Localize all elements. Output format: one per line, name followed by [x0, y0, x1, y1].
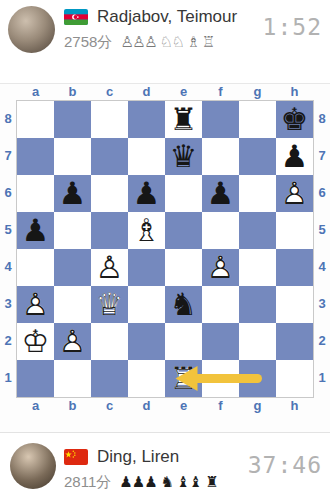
square-c6[interactable] — [91, 175, 128, 212]
board-section: abcdefgh 87654321 ♜♚♛♟♟♟♟♟♙♟♝♗♟♙♟♙♟♙♛♕♞♚… — [0, 84, 330, 432]
bottom-player-avatar — [10, 443, 56, 489]
bottom-player-name: Ding, Liren — [97, 447, 179, 467]
piece-white-king[interactable]: ♚♔ — [17, 323, 54, 360]
square-b8[interactable] — [54, 101, 91, 138]
coordinate-label: 4 — [314, 248, 330, 285]
flag-china-icon — [64, 449, 88, 465]
piece-white-pawn[interactable]: ♟♙ — [17, 286, 54, 323]
square-g1[interactable] — [239, 360, 276, 397]
square-g6[interactable] — [239, 175, 276, 212]
coordinate-label: 1 — [314, 359, 330, 396]
top-player-clock: 1:52 — [263, 14, 322, 40]
coordinate-label: g — [239, 398, 276, 414]
square-b1[interactable] — [54, 360, 91, 397]
square-f7[interactable] — [202, 138, 239, 175]
coordinate-label: b — [54, 84, 91, 100]
coordinate-label: 8 — [314, 100, 330, 137]
coordinate-label: 4 — [0, 248, 16, 285]
chess-board[interactable]: ♜♚♛♟♟♟♟♟♙♟♝♗♟♙♟♙♟♙♛♕♞♚♔♟♙♜♖ — [16, 100, 314, 398]
square-h5[interactable] — [276, 212, 313, 249]
square-f6[interactable]: ♟ — [202, 175, 239, 212]
square-e4[interactable] — [165, 249, 202, 286]
bottom-player-info: Ding, Liren 2811分 ♟♟♟ ♞ ♝♝ ♜ — [64, 447, 218, 492]
piece-black-pawn[interactable]: ♟ — [202, 175, 239, 212]
square-b3[interactable] — [54, 286, 91, 323]
square-a7[interactable] — [17, 138, 54, 175]
square-c3[interactable]: ♛♕ — [91, 286, 128, 323]
square-h3[interactable] — [276, 286, 313, 323]
top-player-bar: Radjabov, Teimour 2758分 ♙♙♙ ♘♘ ♗ ♖ 1:52 — [0, 0, 330, 84]
coordinate-label: b — [54, 398, 91, 414]
square-h8[interactable]: ♚ — [276, 101, 313, 138]
coordinate-label: 3 — [0, 285, 16, 322]
square-g2[interactable] — [239, 323, 276, 360]
square-h6[interactable]: ♟♙ — [276, 175, 313, 212]
piece-white-pawn[interactable]: ♟♙ — [91, 249, 128, 286]
coordinate-label: c — [91, 398, 128, 414]
bottom-player-bar: Ding, Liren 2811分 ♟♟♟ ♞ ♝♝ ♜ 37:46 — [0, 432, 330, 498]
coordinate-label: 2 — [0, 322, 16, 359]
square-f5[interactable] — [202, 212, 239, 249]
square-b4[interactable] — [54, 249, 91, 286]
bottom-captured-pieces: ♟♟♟ ♞ ♝♝ ♜ — [119, 473, 217, 491]
square-c2[interactable] — [91, 323, 128, 360]
square-g4[interactable] — [239, 249, 276, 286]
square-d4[interactable] — [128, 249, 165, 286]
piece-white-pawn[interactable]: ♟♙ — [276, 175, 313, 212]
coordinate-label: 8 — [0, 100, 16, 137]
piece-black-rook[interactable]: ♜ — [165, 101, 202, 138]
square-f1[interactable] — [202, 360, 239, 397]
coordinate-label: 6 — [0, 174, 16, 211]
piece-white-pawn[interactable]: ♟♙ — [54, 323, 91, 360]
rank-labels-right: 87654321 — [314, 100, 330, 398]
square-a5[interactable]: ♟ — [17, 212, 54, 249]
piece-white-bishop[interactable]: ♝♗ — [128, 212, 165, 249]
coordinate-label: 2 — [314, 322, 330, 359]
coordinate-label: f — [202, 84, 239, 100]
top-player-rating: 2758分 — [64, 33, 112, 52]
square-g5[interactable] — [239, 212, 276, 249]
square-d1[interactable] — [128, 360, 165, 397]
top-player-name: Radjabov, Teimour — [97, 7, 237, 27]
square-a3[interactable]: ♟♙ — [17, 286, 54, 323]
square-a6[interactable] — [17, 175, 54, 212]
chess-app: Radjabov, Teimour 2758分 ♙♙♙ ♘♘ ♗ ♖ 1:52 … — [0, 0, 330, 498]
bottom-player-clock: 37:46 — [248, 452, 322, 478]
coordinate-label: e — [165, 398, 202, 414]
square-h2[interactable] — [276, 323, 313, 360]
square-c7[interactable] — [91, 138, 128, 175]
coordinate-label: a — [17, 84, 54, 100]
piece-white-pawn[interactable]: ♟♙ — [202, 249, 239, 286]
square-a1[interactable] — [17, 360, 54, 397]
coordinate-label: 3 — [314, 285, 330, 322]
bottom-player-rating: 2811分 — [64, 473, 111, 492]
square-b2[interactable]: ♟♙ — [54, 323, 91, 360]
square-c1[interactable] — [91, 360, 128, 397]
square-b6[interactable]: ♟ — [54, 175, 91, 212]
square-e2[interactable] — [165, 323, 202, 360]
piece-black-knight[interactable]: ♞ — [165, 286, 202, 323]
square-a8[interactable] — [17, 101, 54, 138]
file-labels-bottom: abcdefgh — [17, 398, 313, 414]
square-e7[interactable]: ♛ — [165, 138, 202, 175]
top-captured-pieces: ♙♙♙ ♘♘ ♗ ♖ — [120, 33, 213, 51]
coordinate-label: 7 — [0, 137, 16, 174]
top-player-avatar — [8, 6, 55, 53]
square-d6[interactable]: ♟ — [128, 175, 165, 212]
square-d3[interactable] — [128, 286, 165, 323]
piece-black-pawn[interactable]: ♟ — [128, 175, 165, 212]
square-e6[interactable] — [165, 175, 202, 212]
flag-azerbaijan-icon — [64, 9, 88, 25]
square-f2[interactable] — [202, 323, 239, 360]
piece-black-pawn[interactable]: ♟ — [276, 138, 313, 175]
square-e3[interactable]: ♞ — [165, 286, 202, 323]
coordinate-label: c — [91, 84, 128, 100]
piece-white-rook[interactable]: ♜♖ — [165, 360, 202, 397]
square-d2[interactable] — [128, 323, 165, 360]
coordinate-label: 7 — [314, 137, 330, 174]
square-a4[interactable] — [17, 249, 54, 286]
coordinate-label: f — [202, 398, 239, 414]
square-d7[interactable] — [128, 138, 165, 175]
piece-black-king[interactable]: ♚ — [276, 101, 313, 138]
coordinate-label: d — [128, 84, 165, 100]
coordinate-label: g — [239, 84, 276, 100]
coordinate-label: h — [276, 398, 313, 414]
square-d8[interactable] — [128, 101, 165, 138]
piece-black-pawn[interactable]: ♟ — [17, 212, 54, 249]
square-c4[interactable]: ♟♙ — [91, 249, 128, 286]
piece-black-queen[interactable]: ♛ — [165, 138, 202, 175]
file-labels-top: abcdefgh — [17, 84, 313, 100]
coordinate-label: a — [17, 398, 54, 414]
square-a2[interactable]: ♚♔ — [17, 323, 54, 360]
square-h4[interactable] — [276, 249, 313, 286]
square-b5[interactable] — [54, 212, 91, 249]
coordinate-label: e — [165, 84, 202, 100]
piece-black-pawn[interactable]: ♟ — [54, 175, 91, 212]
square-d5[interactable]: ♝♗ — [128, 212, 165, 249]
top-player-info: Radjabov, Teimour 2758分 ♙♙♙ ♘♘ ♗ ♖ — [64, 7, 237, 52]
square-h7[interactable]: ♟ — [276, 138, 313, 175]
coordinate-label: 5 — [0, 211, 16, 248]
square-f8[interactable] — [202, 101, 239, 138]
square-e5[interactable] — [165, 212, 202, 249]
square-g3[interactable] — [239, 286, 276, 323]
square-e1[interactable]: ♜♖ — [165, 360, 202, 397]
coordinate-label: h — [276, 84, 313, 100]
coordinate-label: 6 — [314, 174, 330, 211]
rank-labels-left: 87654321 — [0, 100, 16, 398]
square-b7[interactable] — [54, 138, 91, 175]
square-f3[interactable] — [202, 286, 239, 323]
piece-white-queen[interactable]: ♛♕ — [91, 286, 128, 323]
square-g8[interactable] — [239, 101, 276, 138]
square-f4[interactable]: ♟♙ — [202, 249, 239, 286]
coordinate-label: 1 — [0, 359, 16, 396]
coordinate-label: 5 — [314, 211, 330, 248]
coordinate-label: d — [128, 398, 165, 414]
square-c8[interactable] — [91, 101, 128, 138]
square-c5[interactable] — [91, 212, 128, 249]
square-g7[interactable] — [239, 138, 276, 175]
square-e8[interactable]: ♜ — [165, 101, 202, 138]
square-h1[interactable] — [276, 360, 313, 397]
